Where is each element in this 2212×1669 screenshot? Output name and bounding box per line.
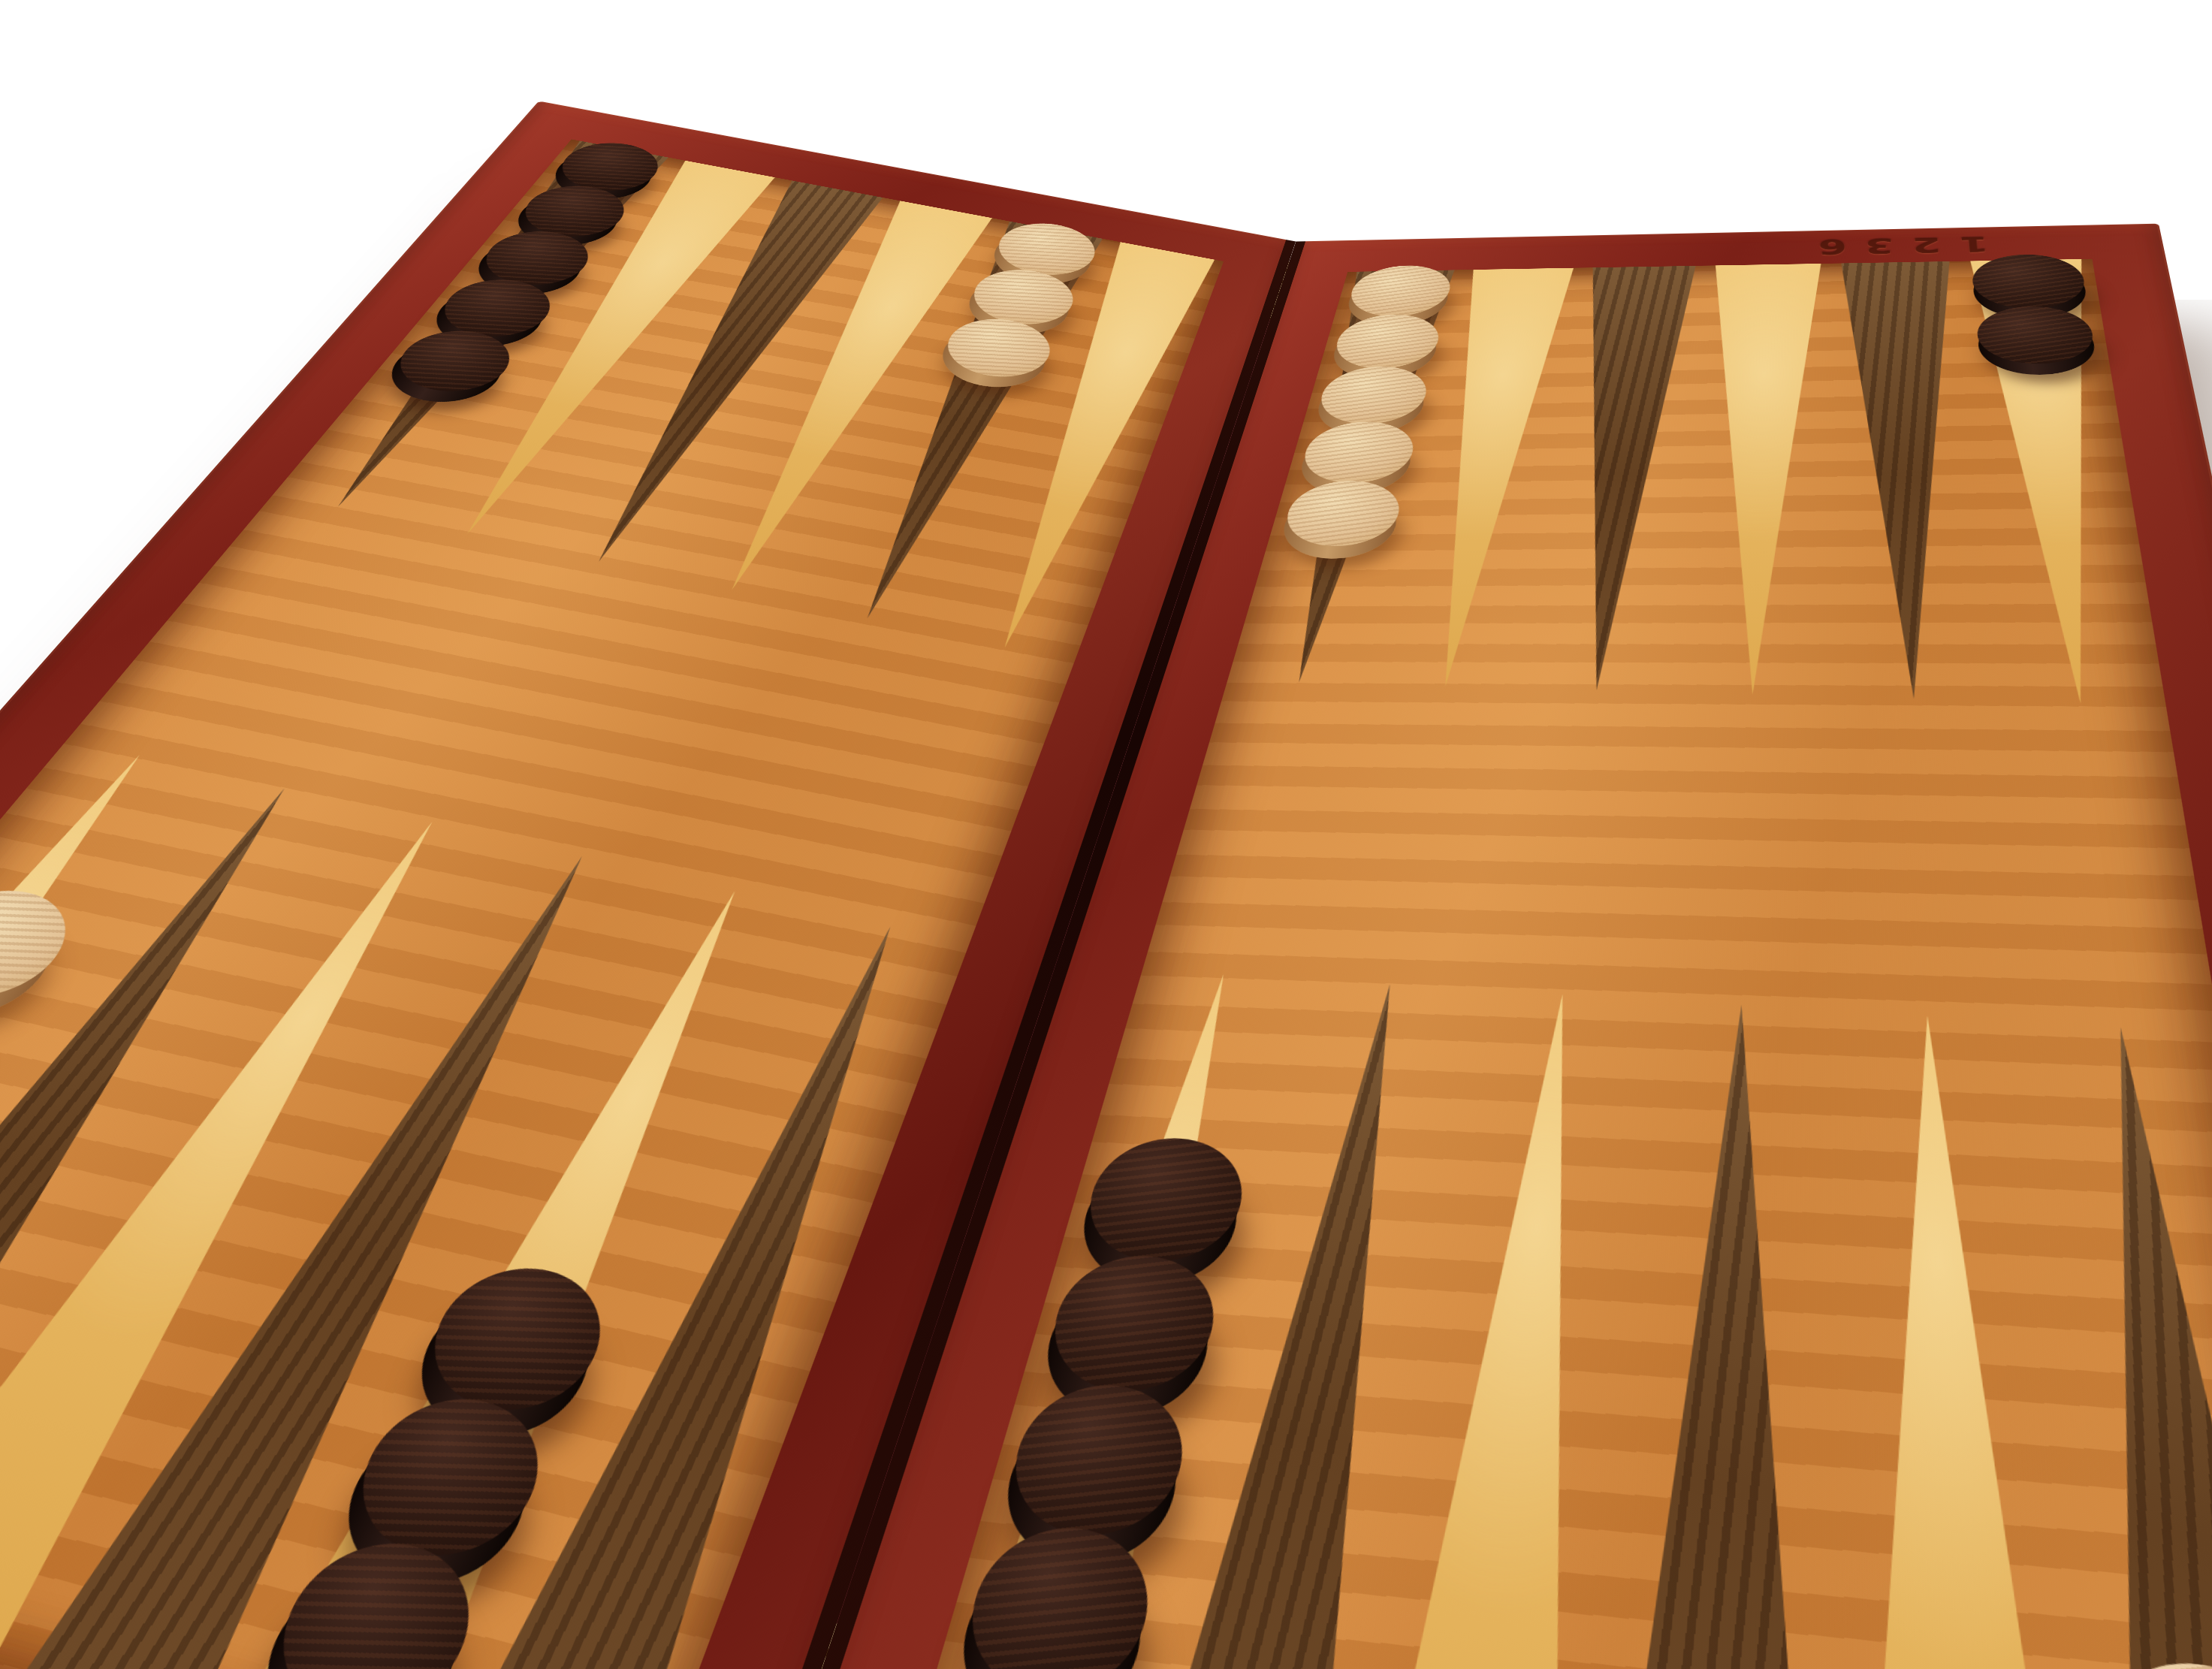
checker-dark[interactable] — [988, 1403, 1190, 1573]
checker-dark[interactable] — [1030, 1273, 1221, 1426]
point-5[interactable] — [1091, 979, 1474, 1669]
checker-dark[interactable] — [1067, 1154, 1248, 1291]
checker-dark[interactable] — [393, 1276, 613, 1454]
point-12[interactable] — [0, 738, 211, 1560]
point-23[interactable] — [1830, 261, 1996, 702]
point-8[interactable] — [208, 874, 812, 1669]
checker-light[interactable] — [930, 321, 1055, 396]
checker-dark[interactable] — [373, 333, 518, 410]
stage: 1236 — [0, 0, 2212, 1669]
point-4[interactable] — [1326, 989, 1651, 1669]
checker-light[interactable] — [0, 896, 78, 1031]
scene: 1236 — [0, 0, 2212, 1669]
serial-stamp: 1236 — [1776, 232, 2014, 260]
backgammon-board: 1236 — [0, 154, 2212, 1669]
point-1[interactable] — [2023, 1022, 2212, 1669]
point-11[interactable] — [0, 771, 358, 1616]
point-3[interactable] — [1574, 1000, 1836, 1669]
point-10[interactable] — [0, 805, 506, 1669]
checker-dark[interactable] — [942, 1547, 1156, 1669]
checker-dark[interactable] — [318, 1408, 552, 1604]
point-9[interactable] — [5, 839, 657, 1669]
checker-light[interactable] — [0, 994, 1, 1141]
checker-light[interactable] — [1275, 492, 1402, 559]
point-22[interactable] — [1673, 264, 1832, 697]
point-2[interactable] — [1833, 1010, 2114, 1669]
checker-dark[interactable] — [233, 1554, 483, 1669]
